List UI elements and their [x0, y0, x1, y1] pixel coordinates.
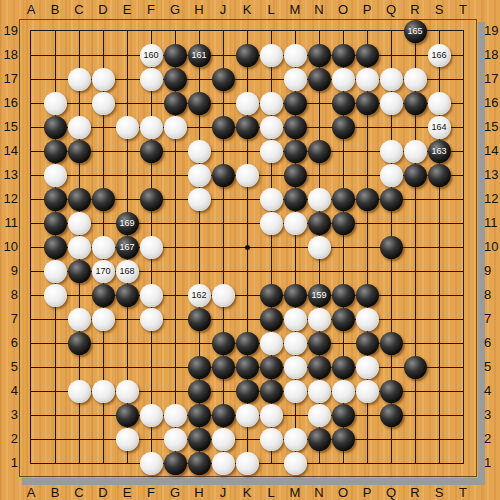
board-shadow-bottom	[22, 478, 485, 485]
stone-black[interactable]: 165	[404, 20, 427, 43]
goban: AABBCCDDEEFFGGHHJJKKLLMMNNOOPPQQRRSSTT19…	[0, 0, 500, 500]
col-label-top: F	[139, 2, 163, 17]
row-label-left: 17	[0, 71, 18, 86]
stone-black[interactable]	[44, 236, 67, 259]
row-label-right: 6	[484, 335, 500, 350]
stone-black[interactable]	[308, 44, 331, 67]
stone-black[interactable]	[380, 404, 403, 427]
col-label-top: L	[259, 2, 283, 17]
stone-white[interactable]	[380, 140, 403, 163]
move-number-label: 161	[191, 50, 206, 60]
stone-black[interactable]	[308, 212, 331, 235]
stone-white[interactable]	[260, 140, 283, 163]
stone-white[interactable]	[68, 116, 91, 139]
stone-white[interactable]	[188, 164, 211, 187]
stone-black[interactable]	[68, 140, 91, 163]
stone-white[interactable]	[260, 428, 283, 451]
stone-white[interactable]	[428, 92, 451, 115]
row-label-left: 19	[0, 23, 18, 38]
row-label-left: 16	[0, 95, 18, 110]
stone-black[interactable]	[236, 44, 259, 67]
stone-white[interactable]	[260, 92, 283, 115]
stone-black[interactable]	[140, 188, 163, 211]
stone-black[interactable]	[404, 92, 427, 115]
move-number-label: 168	[119, 266, 134, 276]
stone-black[interactable]	[380, 188, 403, 211]
stone-black[interactable]	[332, 212, 355, 235]
row-label-right: 14	[484, 143, 500, 158]
stone-black[interactable]	[332, 188, 355, 211]
stone-white[interactable]	[308, 236, 331, 259]
move-number-label: 166	[431, 50, 446, 60]
row-label-left: 1	[0, 455, 18, 470]
stone-white[interactable]	[68, 236, 91, 259]
col-label-bottom: B	[43, 485, 67, 500]
stone-black[interactable]	[212, 404, 235, 427]
row-label-left: 9	[0, 263, 18, 278]
stone-black[interactable]	[212, 68, 235, 91]
stone-black[interactable]: 159	[308, 284, 331, 307]
stone-white[interactable]: 162	[188, 284, 211, 307]
row-label-left: 13	[0, 167, 18, 182]
stone-white[interactable]	[92, 380, 115, 403]
stone-white[interactable]	[140, 404, 163, 427]
stone-white[interactable]	[380, 92, 403, 115]
stone-black[interactable]	[356, 92, 379, 115]
stone-black[interactable]	[308, 68, 331, 91]
move-number-label: 165	[407, 26, 422, 36]
stone-white[interactable]	[356, 308, 379, 331]
stone-white[interactable]	[308, 188, 331, 211]
stone-white[interactable]	[140, 68, 163, 91]
stone-white[interactable]	[284, 308, 307, 331]
stone-black[interactable]	[44, 140, 67, 163]
stone-black[interactable]	[404, 164, 427, 187]
stone-black[interactable]	[380, 236, 403, 259]
grid-line-h	[30, 439, 464, 440]
col-label-bottom: K	[235, 485, 259, 500]
stone-black[interactable]: 161	[188, 44, 211, 67]
row-label-left: 12	[0, 191, 18, 206]
stone-black[interactable]	[332, 356, 355, 379]
stone-black[interactable]	[188, 380, 211, 403]
row-label-left: 8	[0, 287, 18, 302]
row-label-right: 2	[484, 431, 500, 446]
move-number-label: 159	[311, 290, 326, 300]
row-label-left: 4	[0, 383, 18, 398]
stone-white[interactable]	[284, 212, 307, 235]
stone-white[interactable]	[236, 404, 259, 427]
stone-black[interactable]	[284, 188, 307, 211]
stone-black[interactable]: 169	[116, 212, 139, 235]
stone-black[interactable]	[44, 212, 67, 235]
col-label-top: K	[235, 2, 259, 17]
stone-white[interactable]	[356, 380, 379, 403]
stone-black[interactable]	[284, 92, 307, 115]
col-label-top: D	[91, 2, 115, 17]
stone-black[interactable]	[260, 284, 283, 307]
stone-black[interactable]	[332, 44, 355, 67]
stone-black[interactable]	[212, 356, 235, 379]
row-label-left: 15	[0, 119, 18, 134]
stone-black[interactable]: 167	[116, 236, 139, 259]
stone-black[interactable]	[356, 188, 379, 211]
col-label-bottom: O	[331, 485, 355, 500]
stone-black[interactable]	[140, 140, 163, 163]
stone-black[interactable]	[332, 284, 355, 307]
row-label-right: 18	[484, 47, 500, 62]
stone-white[interactable]	[140, 284, 163, 307]
col-label-top: M	[283, 2, 307, 17]
stone-white[interactable]	[68, 212, 91, 235]
stone-white[interactable]	[236, 92, 259, 115]
stone-black[interactable]	[68, 332, 91, 355]
stone-white[interactable]	[308, 404, 331, 427]
stone-white[interactable]	[260, 404, 283, 427]
row-label-right: 19	[484, 23, 500, 38]
row-label-right: 13	[484, 167, 500, 182]
stone-white[interactable]	[356, 356, 379, 379]
col-label-bottom: C	[67, 485, 91, 500]
stone-black[interactable]	[332, 116, 355, 139]
stone-black[interactable]	[68, 188, 91, 211]
stone-white[interactable]	[356, 68, 379, 91]
stone-black[interactable]	[236, 116, 259, 139]
stone-white[interactable]	[260, 212, 283, 235]
col-label-top: P	[355, 2, 379, 17]
stone-white[interactable]	[284, 452, 307, 475]
stone-black[interactable]	[92, 188, 115, 211]
stone-white[interactable]	[44, 284, 67, 307]
col-label-bottom: L	[259, 485, 283, 500]
stone-white[interactable]	[116, 380, 139, 403]
stone-white[interactable]	[140, 116, 163, 139]
stone-white[interactable]	[404, 140, 427, 163]
stone-black[interactable]: 163	[428, 140, 451, 163]
stone-white[interactable]	[188, 140, 211, 163]
col-label-top: S	[427, 2, 451, 17]
row-label-right: 10	[484, 239, 500, 254]
stone-black[interactable]	[212, 116, 235, 139]
stone-black[interactable]	[332, 428, 355, 451]
col-label-bottom: J	[211, 485, 235, 500]
stone-white[interactable]	[260, 188, 283, 211]
row-label-right: 1	[484, 455, 500, 470]
stone-white[interactable]: 170	[92, 260, 115, 283]
stone-white[interactable]	[284, 332, 307, 355]
stone-white[interactable]	[236, 164, 259, 187]
move-number-label: 164	[431, 122, 446, 132]
col-label-bottom: A	[19, 485, 43, 500]
stone-black[interactable]	[380, 380, 403, 403]
stone-white[interactable]	[284, 44, 307, 67]
stone-black[interactable]	[116, 404, 139, 427]
row-label-right: 3	[484, 407, 500, 422]
col-label-top: A	[19, 2, 43, 17]
stone-black[interactable]	[188, 428, 211, 451]
stone-black[interactable]	[428, 164, 451, 187]
stone-black[interactable]	[44, 188, 67, 211]
stone-black[interactable]	[164, 44, 187, 67]
move-number-label: 169	[119, 218, 134, 228]
col-label-bottom: N	[307, 485, 331, 500]
stone-white[interactable]	[164, 428, 187, 451]
stone-white[interactable]	[116, 428, 139, 451]
stone-black[interactable]	[164, 452, 187, 475]
stone-white[interactable]	[140, 308, 163, 331]
stone-white[interactable]	[260, 116, 283, 139]
col-label-bottom: S	[427, 485, 451, 500]
stone-black[interactable]	[92, 284, 115, 307]
hoshi-point	[245, 245, 250, 250]
row-label-right: 15	[484, 119, 500, 134]
stone-white[interactable]	[44, 260, 67, 283]
stone-white[interactable]	[308, 308, 331, 331]
stone-white[interactable]	[404, 68, 427, 91]
row-label-right: 11	[484, 215, 500, 230]
row-label-right: 4	[484, 383, 500, 398]
stone-white[interactable]	[164, 404, 187, 427]
stone-black[interactable]	[260, 380, 283, 403]
stone-black[interactable]	[188, 92, 211, 115]
row-label-right: 8	[484, 287, 500, 302]
stone-black[interactable]	[236, 356, 259, 379]
col-label-top: T	[451, 2, 475, 17]
stone-black[interactable]	[164, 92, 187, 115]
stone-black[interactable]	[212, 164, 235, 187]
stone-white[interactable]	[260, 332, 283, 355]
move-number-label: 163	[431, 146, 446, 156]
stone-white[interactable]: 168	[116, 260, 139, 283]
col-label-top: C	[67, 2, 91, 17]
row-label-left: 14	[0, 143, 18, 158]
stone-black[interactable]	[308, 428, 331, 451]
stone-black[interactable]	[188, 452, 211, 475]
row-label-left: 3	[0, 407, 18, 422]
stone-black[interactable]	[284, 140, 307, 163]
stone-black[interactable]	[308, 332, 331, 355]
stone-black[interactable]	[356, 44, 379, 67]
col-label-bottom: E	[115, 485, 139, 500]
stone-black[interactable]	[260, 308, 283, 331]
col-label-bottom: Q	[379, 485, 403, 500]
stone-black[interactable]	[356, 284, 379, 307]
stone-black[interactable]	[380, 332, 403, 355]
col-label-bottom: G	[163, 485, 187, 500]
row-label-left: 6	[0, 335, 18, 350]
col-label-bottom: F	[139, 485, 163, 500]
stone-white[interactable]	[68, 68, 91, 91]
stone-black[interactable]	[68, 260, 91, 283]
stone-white[interactable]	[380, 164, 403, 187]
row-label-left: 11	[0, 215, 18, 230]
stone-black[interactable]	[188, 356, 211, 379]
stone-black[interactable]	[212, 332, 235, 355]
stone-black[interactable]	[116, 284, 139, 307]
row-label-right: 12	[484, 191, 500, 206]
stone-white[interactable]: 166	[428, 44, 451, 67]
col-label-top: E	[115, 2, 139, 17]
stone-white[interactable]	[236, 452, 259, 475]
stone-black[interactable]	[332, 404, 355, 427]
col-label-top: J	[211, 2, 235, 17]
stone-black[interactable]	[188, 308, 211, 331]
stone-black[interactable]	[308, 356, 331, 379]
stone-black[interactable]	[236, 380, 259, 403]
row-label-right: 7	[484, 311, 500, 326]
stone-black[interactable]	[284, 284, 307, 307]
col-label-bottom: D	[91, 485, 115, 500]
stone-black[interactable]	[236, 332, 259, 355]
col-label-bottom: P	[355, 485, 379, 500]
stone-white[interactable]	[284, 68, 307, 91]
stone-white[interactable]	[308, 380, 331, 403]
stone-white[interactable]	[140, 452, 163, 475]
stone-white[interactable]	[332, 68, 355, 91]
stone-black[interactable]	[356, 332, 379, 355]
stone-black[interactable]	[44, 116, 67, 139]
stone-white[interactable]	[284, 428, 307, 451]
row-label-right: 16	[484, 95, 500, 110]
stone-white[interactable]	[212, 452, 235, 475]
stone-white[interactable]	[188, 188, 211, 211]
stone-white[interactable]: 164	[428, 116, 451, 139]
row-label-right: 17	[484, 71, 500, 86]
col-label-top: B	[43, 2, 67, 17]
stone-white[interactable]	[92, 236, 115, 259]
row-label-left: 10	[0, 239, 18, 254]
stone-white[interactable]	[92, 308, 115, 331]
stone-black[interactable]	[260, 356, 283, 379]
row-label-left: 7	[0, 311, 18, 326]
stone-white[interactable]	[44, 164, 67, 187]
col-label-top: O	[331, 2, 355, 17]
stone-white[interactable]	[332, 380, 355, 403]
stone-white[interactable]	[164, 116, 187, 139]
move-number-label: 170	[95, 266, 110, 276]
stone-black[interactable]	[284, 164, 307, 187]
stone-white[interactable]	[68, 380, 91, 403]
move-number-label: 162	[191, 290, 206, 300]
col-label-bottom: T	[451, 485, 475, 500]
col-label-bottom: H	[187, 485, 211, 500]
stone-black[interactable]	[404, 356, 427, 379]
stone-white[interactable]	[212, 428, 235, 451]
row-label-left: 5	[0, 359, 18, 374]
stone-white[interactable]	[68, 308, 91, 331]
move-number-label: 160	[143, 50, 158, 60]
col-label-top: G	[163, 2, 187, 17]
row-label-left: 2	[0, 431, 18, 446]
stone-white[interactable]	[212, 284, 235, 307]
stone-white[interactable]	[92, 92, 115, 115]
stone-white[interactable]	[116, 116, 139, 139]
col-label-top: H	[187, 2, 211, 17]
row-label-left: 18	[0, 47, 18, 62]
stone-black[interactable]	[284, 116, 307, 139]
stone-white[interactable]	[140, 236, 163, 259]
stone-black[interactable]	[308, 140, 331, 163]
col-label-bottom: R	[403, 485, 427, 500]
stone-black[interactable]	[188, 404, 211, 427]
col-label-top: Q	[379, 2, 403, 17]
stone-white[interactable]	[284, 380, 307, 403]
stone-white[interactable]	[284, 356, 307, 379]
stone-black[interactable]	[164, 68, 187, 91]
col-label-top: N	[307, 2, 331, 17]
col-label-top: R	[403, 2, 427, 17]
move-number-label: 167	[119, 242, 134, 252]
stone-white[interactable]	[44, 92, 67, 115]
stone-white[interactable]	[260, 44, 283, 67]
stone-white[interactable]	[92, 68, 115, 91]
row-label-right: 9	[484, 263, 500, 278]
stone-white[interactable]: 160	[140, 44, 163, 67]
col-label-bottom: M	[283, 485, 307, 500]
stone-white[interactable]	[380, 68, 403, 91]
row-label-right: 5	[484, 359, 500, 374]
stone-black[interactable]	[332, 308, 355, 331]
stone-black[interactable]	[332, 92, 355, 115]
